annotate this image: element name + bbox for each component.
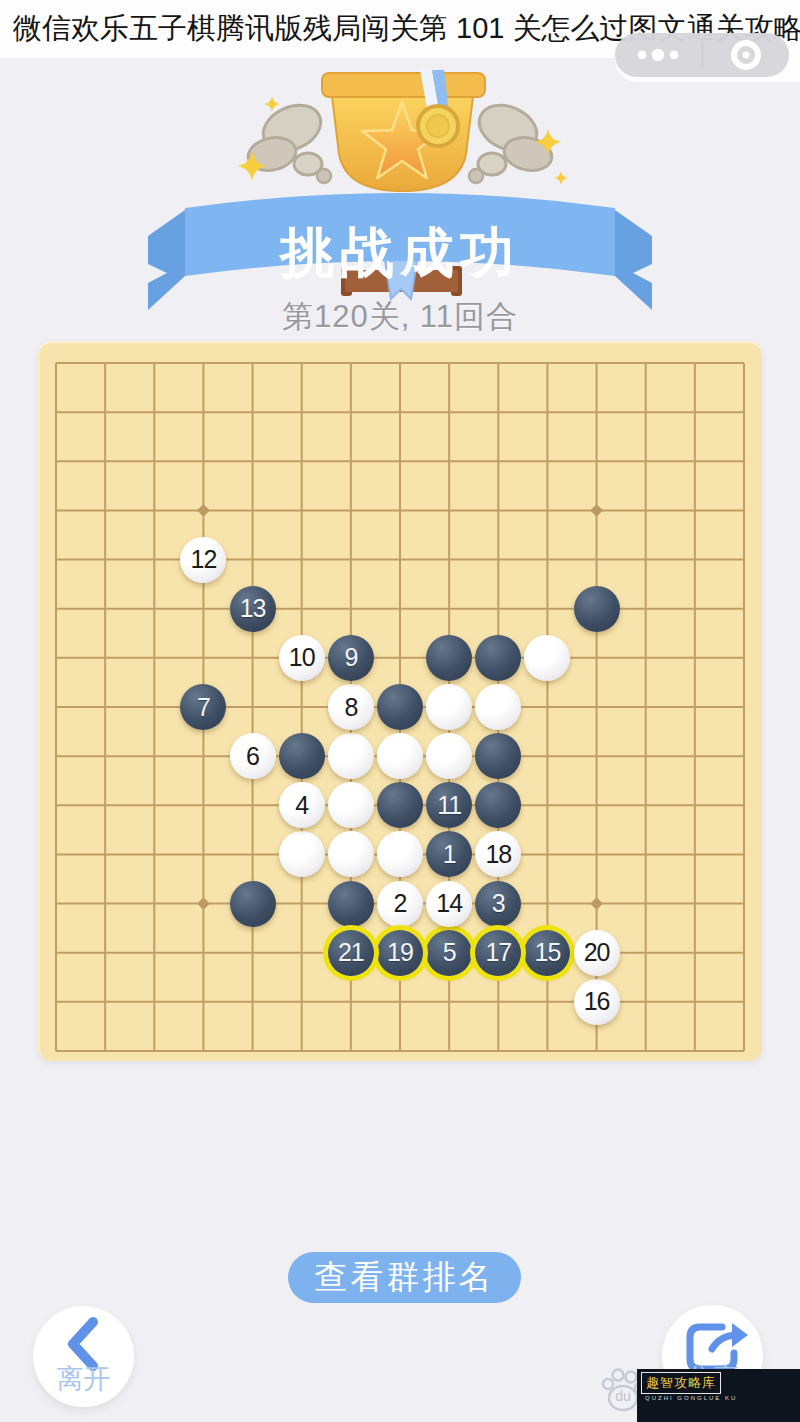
stone-white	[377, 831, 423, 877]
stone-move-14: 14	[426, 881, 472, 927]
page: 微信欢乐五子棋腾讯版残局闯关第 101 关怎么过图文通关攻略详解	[0, 0, 800, 1422]
stone-black	[377, 782, 423, 828]
stone-black	[475, 635, 521, 681]
stone-white	[426, 684, 472, 730]
watermark-box: 趣智攻略库 QUZHI GONGLUE KU	[637, 1369, 800, 1422]
challenge-success-text: 挑战成功	[200, 217, 600, 290]
stone-move-8: 8	[328, 684, 374, 730]
stone-move-9: 9	[328, 635, 374, 681]
stone-move-7: 7	[180, 684, 226, 730]
stone-white	[279, 831, 325, 877]
watermark-title: 趣智攻略库	[641, 1372, 721, 1394]
stone-move-5: 5	[426, 930, 472, 976]
stone-move-18: 18	[475, 831, 521, 877]
stone-white	[328, 782, 374, 828]
leave-button[interactable]: 离开	[33, 1306, 134, 1407]
level-info-text: 第120关, 11回合	[0, 296, 800, 338]
stone-move-1: 1	[426, 831, 472, 877]
stone-move-20: 20	[574, 930, 620, 976]
left-wing-icon	[245, 97, 331, 183]
stone-black	[377, 684, 423, 730]
stone-move-17: 17	[475, 930, 521, 976]
stone-black	[426, 635, 472, 681]
stone-black	[574, 586, 620, 632]
stone-move-21: 21	[328, 930, 374, 976]
stone-black	[475, 782, 521, 828]
close-miniprogram-button[interactable]	[703, 33, 790, 77]
stone-move-6: 6	[230, 733, 276, 779]
stone-move-4: 4	[279, 782, 325, 828]
stone-move-2: 2	[377, 881, 423, 927]
stone-move-19: 19	[377, 930, 423, 976]
stones-layer: 123456789101112131415161718192021	[38, 341, 762, 1061]
stone-move-3: 3	[475, 881, 521, 927]
stone-move-11: 11	[426, 782, 472, 828]
stone-white	[328, 733, 374, 779]
stone-black	[230, 881, 276, 927]
stone-move-15: 15	[524, 930, 570, 976]
leave-label: 离开	[33, 1361, 134, 1397]
stone-black	[328, 881, 374, 927]
view-group-ranking-button[interactable]: 查看群排名	[288, 1252, 521, 1303]
stone-move-12: 12	[180, 537, 226, 583]
stone-move-16: 16	[574, 979, 620, 1025]
stone-black	[279, 733, 325, 779]
stone-white	[524, 635, 570, 681]
stone-white	[328, 831, 374, 877]
exit-circle-icon	[729, 38, 763, 72]
stone-move-13: 13	[230, 586, 276, 632]
stone-black	[475, 733, 521, 779]
trophy-cup-icon	[322, 70, 485, 191]
watermark-subtitle: QUZHI GONGLUE KU	[645, 1395, 800, 1401]
stone-white	[377, 733, 423, 779]
gomoku-board[interactable]: 123456789101112131415161718192021	[38, 341, 762, 1061]
stone-white	[426, 733, 472, 779]
stone-white	[475, 684, 521, 730]
stone-move-10: 10	[279, 635, 325, 681]
